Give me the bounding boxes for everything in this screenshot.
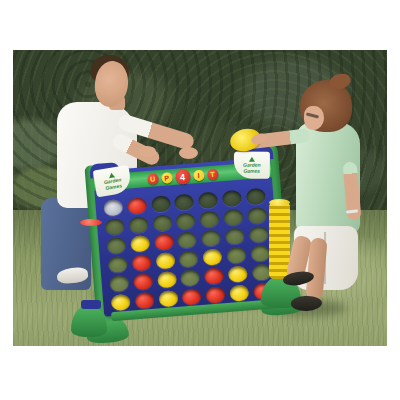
board-face: U P 4 I T Garden Games Garden Games <box>93 157 282 317</box>
empty-hole <box>200 210 220 227</box>
cell-r5c3[interactable] <box>154 269 179 290</box>
cell-r5c1[interactable] <box>107 273 132 294</box>
yellow-disc <box>158 289 178 306</box>
cell-r1c2[interactable] <box>125 195 150 216</box>
cell-r5c2[interactable] <box>131 271 156 292</box>
cell-r4c3[interactable] <box>153 250 178 271</box>
cell-r4c5[interactable] <box>200 246 225 267</box>
connect-four-board: U P 4 I T Garden Games Garden Games <box>74 132 302 346</box>
cell-r2c5[interactable] <box>197 208 222 229</box>
cell-r1c6[interactable] <box>219 188 244 209</box>
chip-4: 4 <box>174 169 190 185</box>
brand-sticker-left: Garden Games <box>93 165 133 198</box>
man-right-hand <box>179 147 198 159</box>
cell-r3c5[interactable] <box>199 227 224 248</box>
cell-r3c3[interactable] <box>151 231 176 252</box>
cell-r3c2[interactable] <box>128 233 153 254</box>
yellow-disc <box>229 284 249 301</box>
red-disc <box>135 291 155 308</box>
cell-r4c6[interactable] <box>224 244 249 265</box>
red-stack-pole-ring <box>81 300 101 309</box>
empty-hole <box>151 195 171 212</box>
empty-hole <box>248 225 268 242</box>
cell-r3c4[interactable] <box>175 229 200 250</box>
cell-r4c4[interactable] <box>176 248 201 269</box>
cell-r3c1[interactable] <box>104 235 129 256</box>
cell-r3c7[interactable] <box>246 224 271 245</box>
empty-hole <box>223 208 243 225</box>
empty-hole <box>179 250 199 267</box>
chip-P: P <box>161 172 173 184</box>
cell-r5c6[interactable] <box>225 263 250 284</box>
cell-r1c5[interactable] <box>196 189 221 210</box>
red-spare-stack[interactable] <box>80 222 102 301</box>
empty-hole <box>152 214 172 231</box>
cell-r6c2[interactable] <box>132 290 157 311</box>
red-disc <box>133 272 153 289</box>
cell-r1c4[interactable] <box>172 191 197 212</box>
empty-hole <box>106 236 126 253</box>
empty-hole <box>129 216 149 233</box>
cell-r4c2[interactable] <box>129 252 154 273</box>
cell-r6c4[interactable] <box>179 286 204 307</box>
cell-r6c1[interactable] <box>108 292 133 313</box>
red-disc <box>154 233 174 250</box>
empty-hole <box>226 246 246 263</box>
yellow-disc <box>157 271 177 288</box>
empty-hole <box>222 189 242 206</box>
cell-r2c2[interactable] <box>126 214 151 235</box>
red-disc <box>205 286 225 303</box>
chip-T: T <box>207 168 219 180</box>
red-disc <box>132 253 152 270</box>
yellow-disc <box>130 235 150 252</box>
cell-r6c5[interactable] <box>203 284 228 305</box>
empty-hole <box>198 191 218 208</box>
cell-r4c1[interactable] <box>105 254 130 275</box>
man-left-hand <box>139 146 156 157</box>
empty-hole <box>247 206 267 223</box>
cell-r3c6[interactable] <box>222 225 247 246</box>
yellow-disc <box>228 265 248 282</box>
red-disc <box>204 267 224 284</box>
board-grid <box>101 186 275 313</box>
cell-r1c1[interactable] <box>101 197 126 218</box>
brand-line2: Games <box>105 183 122 191</box>
empty-hole <box>180 269 200 286</box>
empty-hole <box>174 193 194 210</box>
cell-r2c7[interactable] <box>244 205 269 226</box>
empty-hole <box>245 187 265 204</box>
chip-I: I <box>193 170 205 182</box>
empty-hole <box>105 217 125 234</box>
empty-hole <box>108 255 128 272</box>
cell-r6c3[interactable] <box>156 288 181 309</box>
cell-r5c5[interactable] <box>202 265 227 286</box>
empty-hole <box>103 198 123 215</box>
photo-canvas: U P 4 I T Garden Games Garden Games <box>0 0 400 400</box>
cell-r2c4[interactable] <box>173 210 198 231</box>
empty-hole <box>176 212 196 229</box>
cell-r1c7[interactable] <box>243 186 268 207</box>
cell-r2c3[interactable] <box>150 212 175 233</box>
brand-line2: Games <box>243 168 260 174</box>
empty-hole <box>225 227 245 244</box>
cell-r6c6[interactable] <box>227 282 252 303</box>
yellow-disc <box>203 248 223 265</box>
yellow-disc <box>155 252 175 269</box>
cell-r2c1[interactable] <box>103 216 128 237</box>
cell-r1c3[interactable] <box>148 193 173 214</box>
cell-r5c4[interactable] <box>178 267 203 288</box>
cell-r2c6[interactable] <box>221 206 246 227</box>
empty-hole <box>109 274 129 291</box>
empty-hole <box>201 229 221 246</box>
empty-hole <box>250 244 270 261</box>
red-disc <box>182 288 202 305</box>
yellow-disc <box>111 293 131 310</box>
red-disc <box>127 197 147 214</box>
chip-U: U <box>147 173 159 185</box>
empty-hole <box>177 231 197 248</box>
photo: U P 4 I T Garden Games Garden Games <box>13 50 387 346</box>
